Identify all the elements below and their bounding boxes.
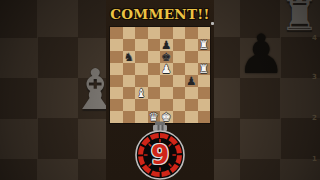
background-rank-label-4: 4 bbox=[312, 34, 317, 42]
square-c6[interactable] bbox=[135, 51, 148, 63]
square-d5[interactable] bbox=[148, 63, 161, 75]
square-d1[interactable]: ♛ bbox=[148, 111, 161, 123]
square-h5[interactable]: ♜ bbox=[198, 63, 211, 75]
comment-call-to-action-text: COMMENT!! bbox=[106, 6, 214, 22]
chess-board[interactable]: ♟♜♞♚♟♜♟♝♛♚ bbox=[110, 27, 210, 123]
background-black-pawn-icon: ♟ bbox=[237, 28, 285, 82]
square-a2[interactable] bbox=[110, 99, 123, 111]
square-b4[interactable] bbox=[123, 75, 136, 87]
countdown-timer: 9 bbox=[132, 121, 188, 180]
square-e1[interactable]: ♚ bbox=[160, 111, 173, 123]
square-d3[interactable] bbox=[148, 87, 161, 99]
square-h4[interactable] bbox=[198, 75, 211, 87]
square-g4[interactable]: ♟ bbox=[185, 75, 198, 87]
square-g8[interactable] bbox=[185, 27, 198, 39]
white-king[interactable]: ♚ bbox=[161, 111, 171, 123]
square-d6[interactable] bbox=[148, 51, 161, 63]
square-h2[interactable] bbox=[198, 99, 211, 111]
square-d8[interactable] bbox=[148, 27, 161, 39]
square-a5[interactable] bbox=[110, 63, 123, 75]
square-f7[interactable] bbox=[173, 39, 186, 51]
square-f5[interactable] bbox=[173, 63, 186, 75]
square-c8[interactable] bbox=[135, 27, 148, 39]
square-c2[interactable] bbox=[135, 99, 148, 111]
square-e5[interactable]: ♟ bbox=[160, 63, 173, 75]
square-e3[interactable] bbox=[160, 87, 173, 99]
white-rook[interactable]: ♜ bbox=[199, 39, 209, 51]
background-white-rook-icon: ♜ bbox=[280, 0, 319, 37]
square-d7[interactable] bbox=[148, 39, 161, 51]
background-rank-label-3: 3 bbox=[312, 73, 317, 81]
background-rank-label-1: 1 bbox=[312, 155, 317, 163]
square-g6[interactable] bbox=[185, 51, 198, 63]
background-rank-label-2: 2 bbox=[312, 114, 317, 122]
square-c3[interactable]: ♝ bbox=[135, 87, 148, 99]
black-knight[interactable]: ♞ bbox=[124, 51, 134, 63]
square-a6[interactable] bbox=[110, 51, 123, 63]
square-f3[interactable] bbox=[173, 87, 186, 99]
square-b5[interactable] bbox=[123, 63, 136, 75]
black-pawn[interactable]: ♟ bbox=[186, 75, 196, 87]
video-strip: COMMENT!! ♟♜♞♚♟♜♟♝♛♚ bbox=[106, 0, 214, 180]
square-h7[interactable]: ♜ bbox=[198, 39, 211, 51]
square-b3[interactable] bbox=[123, 87, 136, 99]
square-g3[interactable] bbox=[185, 87, 198, 99]
white-queen[interactable]: ♛ bbox=[149, 111, 159, 123]
square-f4[interactable] bbox=[173, 75, 186, 87]
square-g7[interactable] bbox=[185, 39, 198, 51]
square-f6[interactable] bbox=[173, 51, 186, 63]
square-c5[interactable] bbox=[135, 63, 148, 75]
square-d4[interactable] bbox=[148, 75, 161, 87]
square-h3[interactable] bbox=[198, 87, 211, 99]
square-b8[interactable] bbox=[123, 27, 136, 39]
board-corner-artifact bbox=[211, 22, 214, 25]
square-c7[interactable] bbox=[135, 39, 148, 51]
square-h1[interactable] bbox=[198, 111, 211, 123]
square-f8[interactable] bbox=[173, 27, 186, 39]
square-a3[interactable] bbox=[110, 87, 123, 99]
square-a7[interactable] bbox=[110, 39, 123, 51]
video-frame: ♜ ♟ ♝ 4 3 2 1 COMMENT!! ♟♜♞♚♟♜♟♝♛♚ bbox=[0, 0, 320, 180]
white-pawn[interactable]: ♟ bbox=[161, 63, 171, 75]
square-b2[interactable] bbox=[123, 99, 136, 111]
timer-seconds-value: 9 bbox=[132, 140, 188, 170]
white-rook[interactable]: ♜ bbox=[199, 63, 209, 75]
square-a4[interactable] bbox=[110, 75, 123, 87]
white-bishop[interactable]: ♝ bbox=[136, 87, 146, 99]
square-b6[interactable]: ♞ bbox=[123, 51, 136, 63]
square-f2[interactable] bbox=[173, 99, 186, 111]
square-g2[interactable] bbox=[185, 99, 198, 111]
square-a1[interactable] bbox=[110, 111, 123, 123]
square-e4[interactable] bbox=[160, 75, 173, 87]
square-a8[interactable] bbox=[110, 27, 123, 39]
